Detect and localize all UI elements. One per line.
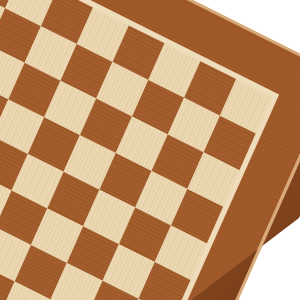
chessboard-photo bbox=[0, 0, 300, 300]
product-photo-stage bbox=[0, 0, 300, 300]
